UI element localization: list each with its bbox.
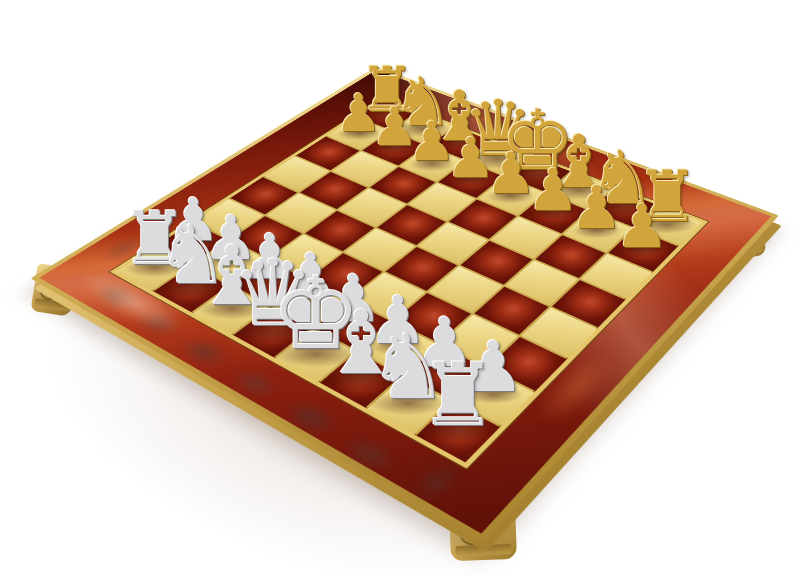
gold-p-glyph-icon: ♟: [615, 196, 669, 256]
pieces-layer: ♜♞♝♛♚♝♞♜♟♟♟♟♟♟♟♟♟♟♟♟♟♟♟♟♜♞♝♛♚♝♞♜: [0, 0, 800, 576]
chess-set-photo: ♜♞♝♛♚♝♞♜♟♟♟♟♟♟♟♟♟♟♟♟♟♟♟♟♜♞♝♛♚♝♞♜: [0, 0, 800, 576]
silver-r-glyph-icon: ♜: [419, 352, 497, 439]
